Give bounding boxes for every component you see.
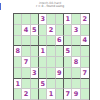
cell-r3c1 <box>14 36 22 47</box>
cell-r2c8: 3 <box>72 25 80 36</box>
cell-r5c8: 8 <box>72 57 80 68</box>
cell-r7c8 <box>72 79 80 90</box>
cell-r1c7: 1 <box>64 14 72 25</box>
cell-r4c5 <box>47 46 55 57</box>
cell-r8c5: 1 <box>47 89 55 100</box>
cell-r1c8 <box>72 14 80 25</box>
cell-r1c9: 2 <box>81 14 89 25</box>
cell-r5c2: 7 <box>22 57 30 68</box>
cell-r4c9 <box>81 46 89 57</box>
screenshot-root: intech-08-hard r = 8 - found using 31245… <box>0 0 100 100</box>
cell-r3c5 <box>47 36 55 47</box>
cell-r3c3 <box>31 36 39 47</box>
cell-r6c4 <box>39 68 47 79</box>
cell-r7c5 <box>47 79 55 90</box>
cell-r6c8 <box>72 68 80 79</box>
cell-r8c4 <box>39 89 47 100</box>
cell-r8c7: 7 <box>64 89 72 100</box>
cell-r3c9: 4 <box>81 36 89 47</box>
cell-r5c6 <box>56 57 64 68</box>
cell-r2c7 <box>64 25 72 36</box>
cell-r5c5 <box>47 57 55 68</box>
cell-r8c8: 9 <box>72 89 80 100</box>
cell-r4c1: 8 <box>14 46 22 57</box>
cell-r3c8 <box>72 36 80 47</box>
cell-r7c3 <box>31 79 39 90</box>
cell-r6c1 <box>14 68 22 79</box>
cell-r2c2: 4 <box>22 25 30 36</box>
cell-r1c6 <box>56 14 64 25</box>
cell-r5c3 <box>31 57 39 68</box>
cell-r8c6 <box>56 89 64 100</box>
cell-r4c4: 1 <box>39 46 47 57</box>
cell-r4c3 <box>31 46 39 57</box>
cell-r3c6: 6 <box>56 36 64 47</box>
cell-r5c4 <box>39 57 47 68</box>
cell-r7c1: 1 <box>14 79 22 90</box>
cell-r7c4: 5 <box>39 79 47 90</box>
cell-r5c7 <box>64 57 72 68</box>
cell-r4c8 <box>72 46 80 57</box>
cell-r2c9 <box>81 25 89 36</box>
cell-r1c5 <box>47 14 55 25</box>
cell-r1c3 <box>31 14 39 25</box>
cell-r6c6: 9 <box>56 68 64 79</box>
cell-r4c6 <box>56 46 64 57</box>
cell-r6c2 <box>22 68 30 79</box>
cell-r2c3: 5 <box>31 25 39 36</box>
cell-r8c3 <box>31 89 39 100</box>
cell-r5c1 <box>14 57 22 68</box>
cell-r7c9 <box>81 79 89 90</box>
cell-r6c5 <box>47 68 55 79</box>
cell-r8c2: 2 <box>22 89 30 100</box>
cell-r4c2 <box>22 46 30 57</box>
cell-r1c1 <box>14 14 22 25</box>
cell-r7c2 <box>22 79 30 90</box>
cell-r8c9 <box>81 89 89 100</box>
cell-r6c7 <box>64 68 72 79</box>
cell-r2c5: 2 <box>47 25 55 36</box>
cell-r1c4: 3 <box>39 14 47 25</box>
cell-r8c1 <box>14 89 22 100</box>
cell-r4c7: 5 <box>64 46 72 57</box>
cell-r1c2 <box>22 14 30 25</box>
cell-r2c4 <box>39 25 47 36</box>
sudoku-board: 31245236481578397152179 <box>13 13 90 100</box>
caption: intech-08-hard r = 8 - found using <box>0 2 100 9</box>
cell-r2c6 <box>56 25 64 36</box>
cell-r3c4 <box>39 36 47 47</box>
cell-r6c9: 7 <box>81 68 89 79</box>
cell-r6c3: 3 <box>31 68 39 79</box>
cell-r2c1 <box>14 25 22 36</box>
cell-r3c2 <box>22 36 30 47</box>
cell-r7c6 <box>56 79 64 90</box>
cell-r3c7 <box>64 36 72 47</box>
caption-line-2: r = 8 - found using <box>0 5 100 8</box>
cell-r5c9 <box>81 57 89 68</box>
cell-r7c7 <box>64 79 72 90</box>
